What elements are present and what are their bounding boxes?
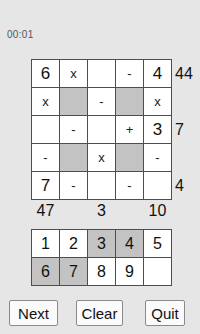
- tray-number-7[interactable]: 7: [60, 258, 87, 285]
- tray-empty-slot: [144, 258, 171, 285]
- tray-number-2[interactable]: 2: [60, 230, 87, 257]
- tray-number-5[interactable]: 5: [144, 230, 171, 257]
- grid-cell-r5c2: -: [60, 172, 87, 199]
- grid-cell-r2c1: x: [32, 88, 59, 115]
- grid-cell-r1c5[interactable]: 4: [144, 60, 171, 87]
- tray-number-6[interactable]: 6: [32, 258, 59, 285]
- tray-number-3[interactable]: 3: [88, 230, 115, 257]
- grid-cell-r4c5: -: [144, 144, 171, 171]
- grid-cell-r5c3[interactable]: [88, 172, 115, 199]
- grid-cell-r5c1[interactable]: 7: [32, 172, 59, 199]
- puzzle-grid: 6x-4x-x-+3-x-7--: [31, 59, 172, 200]
- grid-cell-r2c5: x: [144, 88, 171, 115]
- clear-button[interactable]: Clear: [76, 300, 123, 326]
- grid-cell-r4c4: [116, 144, 143, 171]
- row-target-5: 4: [175, 177, 184, 195]
- grid-cell-r2c4: [116, 88, 143, 115]
- grid-cell-r5c4: -: [116, 172, 143, 199]
- tray-number-4[interactable]: 4: [116, 230, 143, 257]
- grid-cell-r2c3: -: [88, 88, 115, 115]
- grid-cell-r4c2: [60, 144, 87, 171]
- row-target-3: 7: [175, 121, 184, 139]
- row-target-1: 44: [175, 65, 193, 83]
- tray-number-9[interactable]: 9: [116, 258, 143, 285]
- grid-cell-r2c2: [60, 88, 87, 115]
- grid-cell-r5c5[interactable]: [144, 172, 171, 199]
- timer: 00:01: [7, 29, 34, 40]
- grid-cell-r4c1: -: [32, 144, 59, 171]
- grid-cell-r1c3[interactable]: [88, 60, 115, 87]
- col-target-1: 47: [37, 202, 55, 220]
- col-target-5: 10: [149, 202, 167, 220]
- grid-cell-r3c3[interactable]: [88, 116, 115, 143]
- quit-button[interactable]: Quit: [145, 300, 185, 326]
- grid-cell-r1c4: -: [116, 60, 143, 87]
- number-tray: 123456789: [31, 229, 172, 286]
- tray-number-1[interactable]: 1: [32, 230, 59, 257]
- grid-cell-r3c4: +: [116, 116, 143, 143]
- grid-cell-r1c1[interactable]: 6: [32, 60, 59, 87]
- grid-cell-r1c2: x: [60, 60, 87, 87]
- next-button[interactable]: Next: [9, 300, 58, 326]
- grid-cell-r4c3: x: [88, 144, 115, 171]
- grid-cell-r3c1[interactable]: [32, 116, 59, 143]
- grid-cell-r3c2: -: [60, 116, 87, 143]
- col-target-3: 3: [97, 202, 106, 220]
- grid-cell-r3c5[interactable]: 3: [144, 116, 171, 143]
- tray-number-8[interactable]: 8: [88, 258, 115, 285]
